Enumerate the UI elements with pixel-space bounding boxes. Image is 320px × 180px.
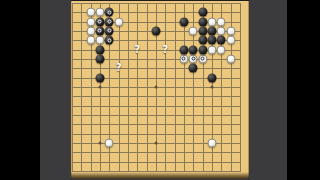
star-point xyxy=(154,85,157,88)
circle-mark xyxy=(107,20,111,24)
star-point xyxy=(98,85,101,88)
black-stone[interactable] xyxy=(198,36,207,45)
white-stone[interactable] xyxy=(217,26,226,35)
black-stone[interactable] xyxy=(151,26,160,35)
star-point xyxy=(210,85,213,88)
black-stone[interactable] xyxy=(198,45,207,54)
white-stone-marked[interactable] xyxy=(179,54,188,63)
white-stone[interactable] xyxy=(189,26,198,35)
black-stone-marked[interactable] xyxy=(105,17,114,26)
grid-line-vertical xyxy=(240,3,241,171)
white-stone[interactable] xyxy=(207,138,216,147)
white-stone[interactable] xyxy=(86,17,95,26)
grid-line-horizontal xyxy=(72,96,241,97)
question-mark-annotation: ? xyxy=(134,44,140,55)
black-stone-marked[interactable] xyxy=(105,8,114,17)
black-stone[interactable] xyxy=(198,8,207,17)
white-stone[interactable] xyxy=(95,36,104,45)
white-stone[interactable] xyxy=(207,45,216,54)
black-stone-marked[interactable] xyxy=(105,36,114,45)
circle-mark xyxy=(191,57,195,61)
white-stone-marked[interactable] xyxy=(198,54,207,63)
black-stone-marked[interactable] xyxy=(105,26,114,35)
question-mark-annotation: ? xyxy=(115,62,121,73)
circle-mark xyxy=(98,29,102,33)
star-point xyxy=(154,141,157,144)
black-stone[interactable] xyxy=(198,26,207,35)
circle-mark xyxy=(107,29,111,33)
go-board[interactable]: ??? xyxy=(71,0,249,179)
black-stone[interactable] xyxy=(95,73,104,82)
circle-mark xyxy=(107,10,111,14)
question-mark-annotation: ? xyxy=(162,44,168,55)
circle-mark xyxy=(107,38,111,42)
white-stone[interactable] xyxy=(86,36,95,45)
grid-line-horizontal xyxy=(72,171,241,172)
grid-line-horizontal xyxy=(72,162,241,163)
grid-line-horizontal xyxy=(72,152,241,153)
left-letterbox xyxy=(0,0,40,180)
white-stone[interactable] xyxy=(217,17,226,26)
black-stone[interactable] xyxy=(95,54,104,63)
black-stone[interactable] xyxy=(207,73,216,82)
circle-mark xyxy=(182,57,186,61)
black-stone[interactable] xyxy=(95,45,104,54)
black-stone[interactable] xyxy=(189,45,198,54)
circle-mark xyxy=(98,20,102,24)
grid-line-horizontal xyxy=(72,134,241,135)
black-stone[interactable] xyxy=(179,17,188,26)
grid-line-vertical xyxy=(165,3,166,171)
black-stone[interactable] xyxy=(198,17,207,26)
white-stone[interactable] xyxy=(86,26,95,35)
right-letterbox xyxy=(287,0,320,180)
black-stone-marked[interactable] xyxy=(95,17,104,26)
white-stone[interactable] xyxy=(114,17,123,26)
grid-line-horizontal xyxy=(72,115,241,116)
app-window: ??? xyxy=(0,0,320,180)
grid-line-horizontal xyxy=(72,124,241,125)
grid-line-horizontal xyxy=(72,106,241,107)
grid-line-vertical xyxy=(184,3,185,171)
star-point xyxy=(98,141,101,144)
white-stone[interactable] xyxy=(226,36,235,45)
black-stone[interactable] xyxy=(207,26,216,35)
grid-line-vertical xyxy=(175,3,176,171)
white-stone[interactable] xyxy=(217,45,226,54)
black-stone[interactable] xyxy=(189,64,198,73)
black-stone[interactable] xyxy=(217,36,226,45)
white-stone[interactable] xyxy=(86,8,95,17)
black-stone-marked[interactable] xyxy=(95,26,104,35)
black-stone[interactable] xyxy=(207,36,216,45)
white-stone-marked[interactable] xyxy=(189,54,198,63)
white-stone[interactable] xyxy=(207,17,216,26)
white-stone[interactable] xyxy=(226,54,235,63)
white-stone[interactable] xyxy=(95,8,104,17)
circle-mark xyxy=(201,57,205,61)
white-stone[interactable] xyxy=(226,26,235,35)
black-stone[interactable] xyxy=(179,45,188,54)
white-stone[interactable] xyxy=(105,138,114,147)
